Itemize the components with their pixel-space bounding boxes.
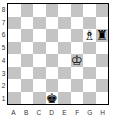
square-b4[interactable] [21,54,34,67]
rank-label-4: 4 [0,54,7,67]
square-f4[interactable]: ♔ [71,54,84,67]
square-c6[interactable] [33,29,46,42]
white-bishop[interactable]: ♗ [83,29,95,42]
square-h4[interactable] [96,54,109,67]
square-d8[interactable] [46,4,59,17]
square-h2[interactable] [96,79,109,92]
square-h8[interactable] [96,4,109,17]
black-rook[interactable]: ♜ [96,29,108,42]
square-c3[interactable] [33,67,46,80]
square-c8[interactable] [33,4,46,17]
file-labels: ABCDEFGH [7,105,109,119]
file-label-h: H [96,105,109,119]
square-b1[interactable] [21,92,34,105]
square-e3[interactable] [58,67,71,80]
square-a5[interactable] [8,42,21,55]
square-b3[interactable] [21,67,34,80]
square-g3[interactable] [83,67,96,80]
file-label-f: F [71,105,84,119]
square-d4[interactable] [46,54,59,67]
square-d3[interactable] [46,67,59,80]
square-f8[interactable] [71,4,84,17]
square-c7[interactable] [33,17,46,30]
square-a1[interactable] [8,92,21,105]
square-b6[interactable] [21,29,34,42]
square-e6[interactable] [58,29,71,42]
square-a6[interactable] [8,29,21,42]
rank-label-7: 7 [0,16,7,29]
file-label-b: B [20,105,33,119]
square-f3[interactable] [71,67,84,80]
square-g1[interactable] [83,92,96,105]
square-c5[interactable] [33,42,46,55]
file-label-c: C [33,105,46,119]
square-d5[interactable] [46,42,59,55]
rank-labels: 87654321 [0,3,7,105]
square-g6[interactable]: ♗ [83,29,96,42]
square-d7[interactable] [46,17,59,30]
square-b2[interactable] [21,79,34,92]
square-h5[interactable] [96,42,109,55]
square-g8[interactable] [83,4,96,17]
rank-label-2: 2 [0,80,7,93]
square-a7[interactable] [8,17,21,30]
rank-label-1: 1 [0,92,7,105]
square-c2[interactable] [33,79,46,92]
square-a4[interactable] [8,54,21,67]
square-g4[interactable] [83,54,96,67]
square-a3[interactable] [8,67,21,80]
chess-board: ♗♜♔♚ [7,3,109,105]
square-f7[interactable] [71,17,84,30]
square-a2[interactable] [8,79,21,92]
square-b8[interactable] [21,4,34,17]
square-e5[interactable] [58,42,71,55]
square-f1[interactable] [71,92,84,105]
square-e1[interactable] [58,92,71,105]
file-label-g: G [84,105,97,119]
square-h6[interactable]: ♜ [96,29,109,42]
square-g2[interactable] [83,79,96,92]
square-h1[interactable] [96,92,109,105]
file-label-e: E [58,105,71,119]
rank-label-3: 3 [0,67,7,80]
square-b7[interactable] [21,17,34,30]
file-label-d: D [45,105,58,119]
black-king[interactable]: ♚ [46,92,58,105]
square-e7[interactable] [58,17,71,30]
square-b5[interactable] [21,42,34,55]
square-d6[interactable] [46,29,59,42]
square-f2[interactable] [71,79,84,92]
square-g5[interactable] [83,42,96,55]
file-label-a: A [7,105,20,119]
square-c4[interactable] [33,54,46,67]
square-d1[interactable]: ♚ [46,92,59,105]
square-e4[interactable] [58,54,71,67]
rank-label-6: 6 [0,29,7,42]
square-f6[interactable] [71,29,84,42]
rank-label-8: 8 [0,3,7,16]
square-e2[interactable] [58,79,71,92]
square-c1[interactable] [33,92,46,105]
square-h3[interactable] [96,67,109,80]
rank-label-5: 5 [0,41,7,54]
square-e8[interactable] [58,4,71,17]
white-king[interactable]: ♔ [71,54,83,67]
square-a8[interactable] [8,4,21,17]
